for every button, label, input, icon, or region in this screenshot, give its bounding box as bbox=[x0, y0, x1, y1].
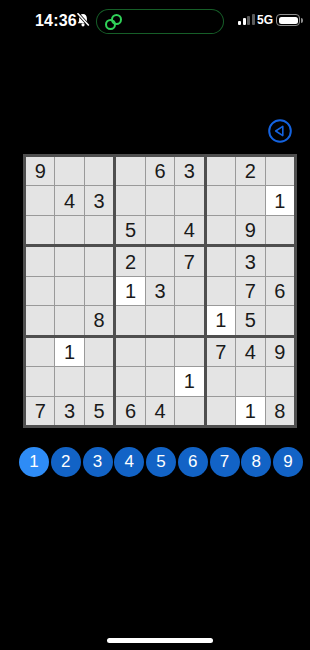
cell-r1c7[interactable] bbox=[207, 157, 235, 185]
cell-r4c5[interactable] bbox=[146, 247, 174, 275]
cell-r5c8[interactable]: 7 bbox=[236, 277, 264, 305]
cell-r9c9[interactable]: 8 bbox=[266, 397, 294, 425]
cell-r4c4[interactable]: 2 bbox=[116, 247, 144, 275]
box-2-3: 37615 bbox=[207, 247, 294, 334]
cell-r2c5[interactable] bbox=[146, 186, 174, 214]
box-3-1: 1735 bbox=[26, 338, 113, 425]
cell-r6c2[interactable] bbox=[55, 306, 83, 334]
cell-r3c8[interactable]: 9 bbox=[236, 216, 264, 244]
cell-r5c5[interactable]: 3 bbox=[146, 277, 174, 305]
cell-r1c4[interactable] bbox=[116, 157, 144, 185]
numpad-button-1[interactable]: 1 bbox=[19, 447, 49, 477]
cell-r4c8[interactable]: 3 bbox=[236, 247, 264, 275]
box-1-3: 219 bbox=[207, 157, 294, 244]
cell-r8c8[interactable] bbox=[236, 367, 264, 395]
cell-r7c9[interactable]: 9 bbox=[266, 338, 294, 366]
cell-r3c5[interactable] bbox=[146, 216, 174, 244]
cell-r9c5[interactable]: 4 bbox=[146, 397, 174, 425]
cell-r2c6[interactable] bbox=[175, 186, 203, 214]
cell-r4c3[interactable] bbox=[85, 247, 113, 275]
number-pad: 123456789 bbox=[19, 447, 303, 477]
cell-r3c3[interactable] bbox=[85, 216, 113, 244]
phone-screen: 14:36 5G bbox=[10, 0, 310, 650]
cell-r8c4[interactable] bbox=[116, 367, 144, 395]
cell-r2c1[interactable] bbox=[26, 186, 54, 214]
cell-r2c4[interactable] bbox=[116, 186, 144, 214]
cell-r5c1[interactable] bbox=[26, 277, 54, 305]
cell-r2c3[interactable]: 3 bbox=[85, 186, 113, 214]
cell-r6c8[interactable]: 5 bbox=[236, 306, 264, 334]
numpad-button-6[interactable]: 6 bbox=[178, 447, 208, 477]
numpad-button-3[interactable]: 3 bbox=[83, 447, 113, 477]
cell-r3c7[interactable] bbox=[207, 216, 235, 244]
numpad-button-5[interactable]: 5 bbox=[146, 447, 176, 477]
numpad-button-4[interactable]: 4 bbox=[114, 447, 144, 477]
cell-r5c2[interactable] bbox=[55, 277, 83, 305]
cell-r3c2[interactable] bbox=[55, 216, 83, 244]
cell-r3c1[interactable] bbox=[26, 216, 54, 244]
cell-r6c1[interactable] bbox=[26, 306, 54, 334]
cell-r6c5[interactable] bbox=[146, 306, 174, 334]
box-1-1: 943 bbox=[26, 157, 113, 244]
cell-r7c7[interactable]: 7 bbox=[207, 338, 235, 366]
box-3-2: 164 bbox=[116, 338, 203, 425]
cell-r7c3[interactable] bbox=[85, 338, 113, 366]
cell-r8c6[interactable]: 1 bbox=[175, 367, 203, 395]
cell-r4c9[interactable] bbox=[266, 247, 294, 275]
cell-r9c6[interactable] bbox=[175, 397, 203, 425]
clock: 14:36 bbox=[35, 12, 77, 30]
numpad-button-9[interactable]: 9 bbox=[273, 447, 303, 477]
cell-r1c3[interactable] bbox=[85, 157, 113, 185]
cell-r5c9[interactable]: 6 bbox=[266, 277, 294, 305]
cell-r2c8[interactable] bbox=[236, 186, 264, 214]
cell-r2c7[interactable] bbox=[207, 186, 235, 214]
box-2-1: 8 bbox=[26, 247, 113, 334]
numpad-button-7[interactable]: 7 bbox=[210, 447, 240, 477]
cell-r5c7[interactable] bbox=[207, 277, 235, 305]
signal-bars-icon bbox=[238, 14, 255, 25]
home-indicator[interactable] bbox=[107, 638, 213, 643]
cell-r7c2[interactable]: 1 bbox=[55, 338, 83, 366]
cell-r8c2[interactable] bbox=[55, 367, 83, 395]
bell-slash-icon bbox=[76, 13, 90, 32]
cell-r7c6[interactable] bbox=[175, 338, 203, 366]
cell-r4c1[interactable] bbox=[26, 247, 54, 275]
numpad-button-8[interactable]: 8 bbox=[241, 447, 271, 477]
cell-r3c4[interactable]: 5 bbox=[116, 216, 144, 244]
battery-icon bbox=[276, 14, 300, 26]
cell-r6c6[interactable] bbox=[175, 306, 203, 334]
cell-r6c9[interactable] bbox=[266, 306, 294, 334]
numpad-button-2[interactable]: 2 bbox=[51, 447, 81, 477]
cell-r2c9[interactable]: 1 bbox=[266, 186, 294, 214]
cell-r1c9[interactable] bbox=[266, 157, 294, 185]
cell-r8c1[interactable] bbox=[26, 367, 54, 395]
back-button[interactable] bbox=[267, 118, 293, 144]
cell-r4c6[interactable]: 7 bbox=[175, 247, 203, 275]
cell-r3c9[interactable] bbox=[266, 216, 294, 244]
cell-r7c5[interactable] bbox=[146, 338, 174, 366]
cell-r1c5[interactable]: 6 bbox=[146, 157, 174, 185]
cell-r9c7[interactable] bbox=[207, 397, 235, 425]
box-1-2: 6354 bbox=[116, 157, 203, 244]
network-label: 5G bbox=[257, 13, 273, 27]
hotspot-link-icon bbox=[111, 14, 122, 25]
cell-r1c6[interactable]: 3 bbox=[175, 157, 203, 185]
cell-r5c6[interactable] bbox=[175, 277, 203, 305]
cell-r7c4[interactable] bbox=[116, 338, 144, 366]
arrowtriangle-left-circle-icon bbox=[267, 118, 293, 144]
cell-r8c5[interactable] bbox=[146, 367, 174, 395]
cell-r1c2[interactable] bbox=[55, 157, 83, 185]
cell-r9c1[interactable]: 7 bbox=[26, 397, 54, 425]
cell-r7c1[interactable] bbox=[26, 338, 54, 366]
cell-r8c7[interactable] bbox=[207, 367, 235, 395]
cell-r9c4[interactable]: 6 bbox=[116, 397, 144, 425]
cell-r8c3[interactable] bbox=[85, 367, 113, 395]
cell-r6c3[interactable]: 8 bbox=[85, 306, 113, 334]
cell-r9c8[interactable]: 1 bbox=[236, 397, 264, 425]
status-bar: 14:36 5G bbox=[10, 0, 310, 44]
cell-r7c8[interactable]: 4 bbox=[236, 338, 264, 366]
box-3-3: 74918 bbox=[207, 338, 294, 425]
sudoku-board: 94363542198271337615173516474918 bbox=[23, 154, 297, 428]
box-2-2: 2713 bbox=[116, 247, 203, 334]
cell-r6c4[interactable] bbox=[116, 306, 144, 334]
cell-r1c8[interactable]: 2 bbox=[236, 157, 264, 185]
cell-r4c7[interactable] bbox=[207, 247, 235, 275]
cell-r1c1[interactable]: 9 bbox=[26, 157, 54, 185]
cell-r8c9[interactable] bbox=[266, 367, 294, 395]
cell-r4c2[interactable] bbox=[55, 247, 83, 275]
cell-r5c3[interactable] bbox=[85, 277, 113, 305]
cell-r9c2[interactable]: 3 bbox=[55, 397, 83, 425]
cell-r6c7[interactable]: 1 bbox=[207, 306, 235, 334]
cell-r3c6[interactable]: 4 bbox=[175, 216, 203, 244]
dynamic-island bbox=[96, 9, 224, 34]
cell-r5c4[interactable]: 1 bbox=[116, 277, 144, 305]
cell-r9c3[interactable]: 5 bbox=[85, 397, 113, 425]
cell-r2c2[interactable]: 4 bbox=[55, 186, 83, 214]
